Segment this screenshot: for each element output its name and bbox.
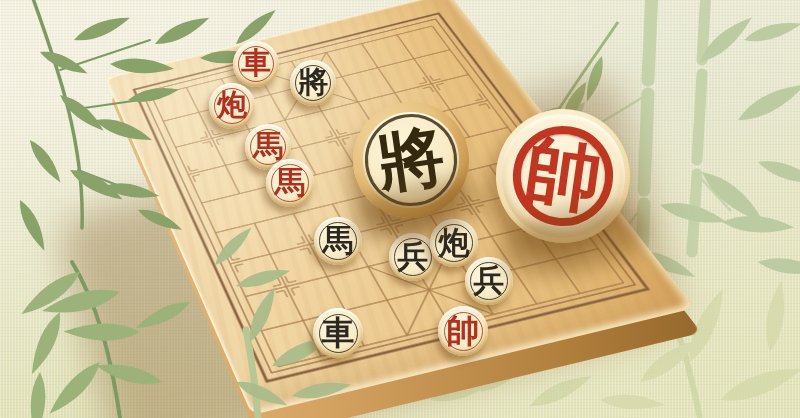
piece-character: 將 <box>298 67 328 97</box>
piece-character: 兵 <box>398 241 429 272</box>
piece-character: 馬 <box>275 167 306 198</box>
piece-character: 炮 <box>217 90 247 120</box>
piece-character: 馬 <box>323 225 354 256</box>
piece-black-車[interactable]: 車 <box>313 308 363 358</box>
piece-character: 車 <box>241 48 271 78</box>
piece-character: 車 <box>322 316 355 349</box>
xiangqi-promo-scene: 車將炮馬馬馬兵炮兵車帥將帥 <box>0 0 800 418</box>
piece-red-炮[interactable]: 炮 <box>209 83 255 129</box>
piece-character: 帥 <box>447 314 480 347</box>
piece-character: 兵 <box>474 265 505 296</box>
piece-character: 馬 <box>253 131 283 161</box>
piece-red-車[interactable]: 車 <box>233 41 279 87</box>
piece-red-馬[interactable]: 馬 <box>266 159 314 207</box>
piece-red-帥[interactable]: 帥 <box>438 306 488 356</box>
piece-black-將[interactable]: 將 <box>290 60 336 106</box>
